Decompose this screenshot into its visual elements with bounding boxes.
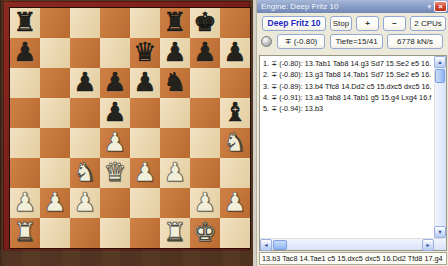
square-h1[interactable] <box>220 218 250 248</box>
piece-white-rook[interactable]: ♜ <box>10 218 40 248</box>
square-f3[interactable]: ♟ <box>160 158 190 188</box>
square-d8[interactable] <box>100 8 130 38</box>
stop-button[interactable]: Stop <box>330 16 352 31</box>
analysis-line-3[interactable]: 3. ∓ (-0.89): 13.b4 Tfc8 14.Dd2 c5 15.dx… <box>263 81 434 92</box>
square-c1[interactable] <box>70 218 100 248</box>
board-wood-base: ♜♜♚♟♛♟♟♟♟♟♟♞♟♝♟♞♞♛♟♟♟♟♟♟♟♜♜♚ <box>0 0 253 266</box>
piece-white-pawn[interactable]: ♟ <box>70 188 100 218</box>
piece-white-queen[interactable]: ♛ <box>100 158 130 188</box>
piece-black-pawn[interactable]: ♟ <box>100 68 130 98</box>
piece-white-rook[interactable]: ♜ <box>160 218 190 248</box>
piece-black-bishop[interactable]: ♝ <box>220 98 250 128</box>
evaluation-field[interactable]: ∓ (-0.80) <box>277 34 325 49</box>
piece-white-knight[interactable]: ♞ <box>70 158 100 188</box>
square-c8[interactable] <box>70 8 100 38</box>
square-g5[interactable] <box>190 98 220 128</box>
square-b1[interactable] <box>40 218 70 248</box>
square-e1[interactable] <box>130 218 160 248</box>
square-e5[interactable] <box>130 98 160 128</box>
square-b4[interactable] <box>40 128 70 158</box>
square-h6[interactable] <box>220 68 250 98</box>
square-d6[interactable]: ♟ <box>100 68 130 98</box>
square-c7[interactable] <box>70 38 100 68</box>
horizontal-scroll-thumb[interactable] <box>273 240 287 250</box>
square-b8[interactable] <box>40 8 70 38</box>
square-c2[interactable]: ♟ <box>70 188 100 218</box>
square-b3[interactable] <box>40 158 70 188</box>
square-a7[interactable]: ♟ <box>10 38 40 68</box>
engine-panel: Engine: Deep Fritz 10 ▾ × Deep Fritz 10 … <box>256 0 448 266</box>
current-line-statusbar[interactable]: 13.b3 Tac8 14.Tae1 c5 15.dxc5 dxc5 16.Dd… <box>259 252 447 265</box>
speed-field[interactable]: 6778 kN/s <box>387 34 443 49</box>
square-d5[interactable]: ♟ <box>100 98 130 128</box>
chevron-down-icon[interactable]: ▾ <box>427 0 431 13</box>
square-g7[interactable]: ♟ <box>190 38 220 68</box>
scroll-left-icon[interactable]: ◄ <box>260 239 272 251</box>
square-a8[interactable]: ♜ <box>10 8 40 38</box>
square-a3[interactable] <box>10 158 40 188</box>
cpu-count-button[interactable]: 2 CPUs <box>410 16 446 31</box>
piece-white-pawn[interactable]: ♟ <box>160 158 190 188</box>
piece-black-rook[interactable]: ♜ <box>10 8 40 38</box>
square-h5[interactable]: ♝ <box>220 98 250 128</box>
depth-field[interactable]: Tiefe=15/41 <box>330 34 383 49</box>
decrease-cpus-button[interactable]: − <box>383 16 406 31</box>
square-f8[interactable]: ♜ <box>160 8 190 38</box>
engine-titlebar[interactable]: Engine: Deep Fritz 10 ▾ × <box>257 0 448 13</box>
square-b2[interactable]: ♟ <box>40 188 70 218</box>
piece-black-pawn[interactable]: ♟ <box>130 68 160 98</box>
piece-black-pawn[interactable]: ♟ <box>160 38 190 68</box>
piece-white-pawn[interactable]: ♟ <box>220 188 250 218</box>
square-c6[interactable]: ♟ <box>70 68 100 98</box>
square-b6[interactable] <box>40 68 70 98</box>
square-f7[interactable]: ♟ <box>160 38 190 68</box>
analysis-line-2[interactable]: 2. ∓ (-0.80): 13.g3 Tab8 14.Tab1 Sd7 15.… <box>263 69 434 80</box>
analysis-line-1[interactable]: 1. ∓ (-0.80): 13.Tab1 Tab8 14.g3 Sd7 15.… <box>263 58 434 69</box>
engine-name-field[interactable]: Deep Fritz 10 <box>262 16 326 31</box>
square-h7[interactable]: ♟ <box>220 38 250 68</box>
piece-white-pawn[interactable]: ♟ <box>100 128 130 158</box>
piece-black-queen[interactable]: ♛ <box>130 38 160 68</box>
engine-toolbar: Deep Fritz 10 Stop + − 2 CPUs ∓ (-0.80) … <box>257 13 448 55</box>
piece-black-knight[interactable]: ♞ <box>160 68 190 98</box>
square-d4[interactable]: ♟ <box>100 128 130 158</box>
square-h8[interactable] <box>220 8 250 38</box>
piece-black-king[interactable]: ♚ <box>190 8 220 38</box>
increase-cpus-button[interactable]: + <box>356 16 379 31</box>
square-f1[interactable]: ♜ <box>160 218 190 248</box>
piece-white-pawn[interactable]: ♟ <box>10 188 40 218</box>
square-a4[interactable] <box>10 128 40 158</box>
piece-white-king[interactable]: ♚ <box>190 218 220 248</box>
piece-black-rook[interactable]: ♜ <box>160 8 190 38</box>
analysis-line-5[interactable]: 5. ∓ (-0.94): 13.b3 <box>263 103 434 114</box>
square-g6[interactable] <box>190 68 220 98</box>
piece-white-pawn[interactable]: ♟ <box>40 188 70 218</box>
square-e6[interactable]: ♟ <box>130 68 160 98</box>
square-h3[interactable] <box>220 158 250 188</box>
square-g3[interactable] <box>190 158 220 188</box>
square-e8[interactable] <box>130 8 160 38</box>
square-c3[interactable]: ♞ <box>70 158 100 188</box>
piece-white-knight[interactable]: ♞ <box>220 128 250 158</box>
engine-title: Engine: Deep Fritz 10 <box>261 2 338 11</box>
square-g4[interactable] <box>190 128 220 158</box>
square-h4[interactable]: ♞ <box>220 128 250 158</box>
square-c4[interactable] <box>70 128 100 158</box>
square-a6[interactable] <box>10 68 40 98</box>
square-d1[interactable] <box>100 218 130 248</box>
analysis-line-4[interactable]: 4. ∓ (-0.91): 13.a3 Tab8 14.Tab1 g5 15.g… <box>263 92 434 103</box>
piece-black-pawn[interactable]: ♟ <box>10 38 40 68</box>
scroll-up-icon[interactable]: ▲ <box>434 56 446 68</box>
square-e7[interactable]: ♛ <box>130 38 160 68</box>
vertical-scroll-thumb[interactable] <box>435 69 445 83</box>
piece-black-pawn[interactable]: ♟ <box>220 38 250 68</box>
square-g2[interactable]: ♟ <box>190 188 220 218</box>
square-d2[interactable] <box>100 188 130 218</box>
square-d7[interactable] <box>100 38 130 68</box>
scroll-down-icon[interactable]: ▼ <box>434 226 446 238</box>
square-g8[interactable]: ♚ <box>190 8 220 38</box>
square-e4[interactable] <box>130 128 160 158</box>
piece-black-pawn[interactable]: ♟ <box>100 98 130 128</box>
square-f4[interactable] <box>160 128 190 158</box>
square-f5[interactable] <box>160 98 190 128</box>
piece-black-pawn[interactable]: ♟ <box>190 38 220 68</box>
square-c5[interactable] <box>70 98 100 128</box>
square-f2[interactable] <box>160 188 190 218</box>
engine-status-ball-icon <box>261 36 272 47</box>
scroll-right-icon[interactable]: ► <box>422 239 434 251</box>
piece-black-pawn[interactable]: ♟ <box>70 68 100 98</box>
analysis-list: 1. ∓ (-0.80): 13.Tab1 Tab8 14.g3 Sd7 15.… <box>259 55 447 251</box>
chess-board[interactable]: ♜♜♚♟♛♟♟♟♟♟♟♞♟♝♟♞♞♛♟♟♟♟♟♟♟♜♜♚ <box>10 8 250 248</box>
square-g1[interactable]: ♚ <box>190 218 220 248</box>
square-f6[interactable]: ♞ <box>160 68 190 98</box>
horizontal-scrollbar[interactable]: ◄ ► <box>260 238 446 250</box>
analysis-lines: 1. ∓ (-0.80): 13.Tab1 Tab8 14.g3 Sd7 15.… <box>260 56 434 238</box>
piece-white-pawn[interactable]: ♟ <box>190 188 220 218</box>
square-h2[interactable]: ♟ <box>220 188 250 218</box>
close-icon[interactable]: × <box>434 1 447 12</box>
square-a5[interactable] <box>10 98 40 128</box>
square-e2[interactable] <box>130 188 160 218</box>
vertical-scrollbar[interactable]: ▲ ▼ <box>434 56 446 238</box>
square-b7[interactable] <box>40 38 70 68</box>
square-a1[interactable]: ♜ <box>10 218 40 248</box>
square-a2[interactable]: ♟ <box>10 188 40 218</box>
square-b5[interactable] <box>40 98 70 128</box>
square-d3[interactable]: ♛ <box>100 158 130 188</box>
piece-white-pawn[interactable]: ♟ <box>130 158 160 188</box>
square-e3[interactable]: ♟ <box>130 158 160 188</box>
